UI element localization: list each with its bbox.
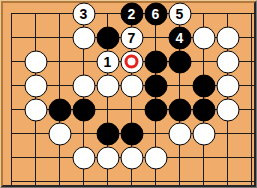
stone-black-move-2: 2: [120, 2, 143, 25]
stone-white: [216, 98, 239, 121]
stone-black: [120, 122, 143, 145]
stone-black: [48, 98, 71, 121]
stone-white: [24, 98, 47, 121]
stone-black-move-6: 6: [144, 2, 167, 25]
grid-line-vertical-11: [251, 13, 252, 185]
stone-white-move-7: 7: [120, 26, 143, 49]
stone-white: [72, 146, 95, 169]
grid-line-vertical-1: [11, 13, 12, 185]
stone-black: [144, 98, 167, 121]
stone-black: [168, 50, 191, 73]
stone-black: [192, 98, 215, 121]
stone-black: [144, 50, 167, 73]
stone-white: [192, 122, 215, 145]
stone-black: [144, 74, 167, 97]
stone-white: [24, 74, 47, 97]
grid-line-horizontal-8: [11, 181, 254, 182]
stone-white: [144, 146, 167, 169]
stone-white: [72, 74, 95, 97]
stone-white: [96, 146, 119, 169]
go-board: 3265741: [3, 3, 254, 185]
stone-black: [96, 26, 119, 49]
stone-white: [120, 74, 143, 97]
stone-white: [120, 146, 143, 169]
stone-black: [72, 98, 95, 121]
stone-black: [192, 74, 215, 97]
stone-white: [168, 122, 191, 145]
stone-white: [216, 74, 239, 97]
stone-white: [96, 74, 119, 97]
stone-white-move-3: 3: [72, 2, 95, 25]
stone-black: [96, 122, 119, 145]
stone-white-move-5: 5: [168, 2, 191, 25]
stone-white: [216, 26, 239, 49]
go-board-diagram: 3265741: [0, 0, 257, 188]
stone-black: [168, 98, 191, 121]
red-circle-marker: [125, 55, 139, 69]
stone-white: [120, 50, 143, 73]
stone-white-move-1: 1: [96, 50, 119, 73]
stone-black-move-4: 4: [168, 26, 191, 49]
board-frame: 3265741: [1, 1, 256, 187]
stone-white: [192, 26, 215, 49]
stone-white: [72, 26, 95, 49]
stone-white: [216, 50, 239, 73]
stone-white: [48, 122, 71, 145]
stone-white: [24, 50, 47, 73]
